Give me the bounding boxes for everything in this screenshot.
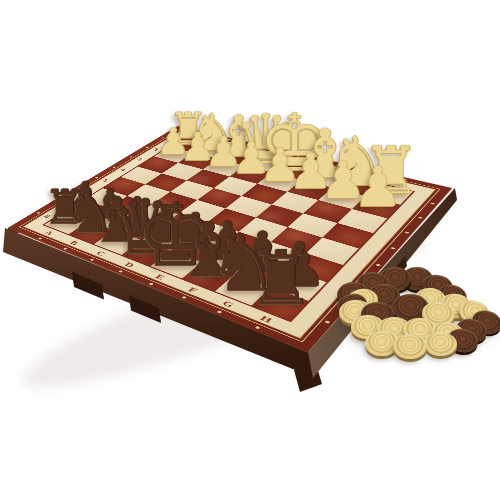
checkers-pile: [0, 0, 500, 500]
product-photo-stage: ABCDEFGH12345678 ♜♞♝♛♚♝♞♜♟♟♟♟♟♟♟♟♟♟♟♟♟♟♟…: [0, 0, 500, 500]
checker-disc-cream: [393, 334, 427, 360]
